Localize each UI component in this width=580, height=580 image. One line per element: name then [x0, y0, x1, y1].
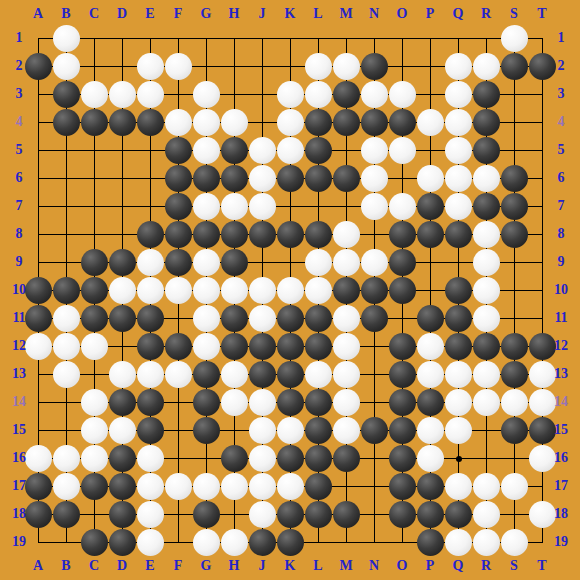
black-stone[interactable]	[81, 109, 108, 136]
white-stone[interactable]	[389, 137, 416, 164]
white-stone[interactable]	[445, 389, 472, 416]
black-stone[interactable]	[389, 445, 416, 472]
row-label-right: 6	[558, 170, 565, 186]
white-stone[interactable]	[165, 361, 192, 388]
column-label-top: C	[89, 6, 99, 22]
black-stone[interactable]	[249, 221, 276, 248]
black-stone[interactable]	[389, 361, 416, 388]
white-stone[interactable]	[389, 193, 416, 220]
black-stone[interactable]	[333, 165, 360, 192]
white-stone[interactable]	[445, 81, 472, 108]
black-stone[interactable]	[249, 333, 276, 360]
row-label-right: 5	[558, 142, 565, 158]
black-stone[interactable]	[389, 473, 416, 500]
white-stone[interactable]	[137, 445, 164, 472]
white-stone[interactable]	[249, 193, 276, 220]
column-label-top: O	[397, 6, 408, 22]
row-label-right: 3	[558, 86, 565, 102]
white-stone[interactable]	[333, 361, 360, 388]
white-stone[interactable]	[193, 81, 220, 108]
row-label-left: 5	[16, 142, 23, 158]
black-stone[interactable]	[137, 221, 164, 248]
black-stone[interactable]	[109, 249, 136, 276]
white-stone[interactable]	[361, 249, 388, 276]
white-stone[interactable]	[81, 445, 108, 472]
column-label-bottom: F	[174, 558, 183, 574]
black-stone[interactable]	[25, 305, 52, 332]
white-stone[interactable]	[445, 473, 472, 500]
black-stone[interactable]	[305, 305, 332, 332]
white-stone[interactable]	[277, 81, 304, 108]
white-stone[interactable]	[417, 333, 444, 360]
black-stone[interactable]	[305, 221, 332, 248]
black-stone[interactable]	[445, 333, 472, 360]
white-stone[interactable]	[193, 109, 220, 136]
row-label-left: 17	[12, 478, 26, 494]
black-stone[interactable]	[165, 249, 192, 276]
column-label-bottom: P	[426, 558, 435, 574]
black-stone[interactable]	[389, 277, 416, 304]
black-stone[interactable]	[25, 473, 52, 500]
black-stone[interactable]	[81, 529, 108, 556]
black-stone[interactable]	[53, 109, 80, 136]
white-stone[interactable]	[109, 81, 136, 108]
white-stone[interactable]	[165, 109, 192, 136]
white-stone[interactable]	[333, 249, 360, 276]
row-label-left: 6	[16, 170, 23, 186]
black-stone[interactable]	[501, 193, 528, 220]
row-label-right: 8	[558, 226, 565, 242]
white-stone[interactable]	[333, 389, 360, 416]
black-stone[interactable]	[417, 193, 444, 220]
white-stone[interactable]	[137, 277, 164, 304]
row-label-right: 16	[554, 450, 568, 466]
row-label-left: 4	[16, 114, 23, 130]
black-stone[interactable]	[417, 501, 444, 528]
white-stone[interactable]	[221, 473, 248, 500]
white-stone[interactable]	[473, 529, 500, 556]
white-stone[interactable]	[445, 137, 472, 164]
black-stone[interactable]	[109, 305, 136, 332]
row-label-left: 7	[16, 198, 23, 214]
white-stone[interactable]	[305, 361, 332, 388]
black-stone[interactable]	[417, 221, 444, 248]
row-label-right: 10	[554, 282, 568, 298]
black-stone[interactable]	[333, 109, 360, 136]
white-stone[interactable]	[529, 501, 556, 528]
white-stone[interactable]	[417, 417, 444, 444]
black-stone[interactable]	[473, 81, 500, 108]
white-stone[interactable]	[221, 277, 248, 304]
black-stone[interactable]	[193, 501, 220, 528]
black-stone[interactable]	[193, 389, 220, 416]
column-label-bottom: G	[201, 558, 212, 574]
white-stone[interactable]	[417, 361, 444, 388]
white-stone[interactable]	[221, 109, 248, 136]
white-stone[interactable]	[249, 501, 276, 528]
black-stone[interactable]	[473, 137, 500, 164]
white-stone[interactable]	[305, 249, 332, 276]
white-stone[interactable]	[249, 305, 276, 332]
white-stone[interactable]	[221, 529, 248, 556]
white-stone[interactable]	[193, 305, 220, 332]
black-stone[interactable]	[277, 529, 304, 556]
row-label-right: 2	[558, 58, 565, 74]
white-stone[interactable]	[249, 137, 276, 164]
row-label-left: 19	[12, 534, 26, 550]
black-stone[interactable]	[305, 501, 332, 528]
white-stone[interactable]	[165, 473, 192, 500]
black-stone[interactable]	[81, 277, 108, 304]
column-label-top: L	[313, 6, 322, 22]
black-stone[interactable]	[221, 165, 248, 192]
black-stone[interactable]	[277, 445, 304, 472]
white-stone[interactable]	[81, 81, 108, 108]
white-stone[interactable]	[473, 249, 500, 276]
white-stone[interactable]	[53, 473, 80, 500]
black-stone[interactable]	[529, 53, 556, 80]
black-stone[interactable]	[165, 137, 192, 164]
black-stone[interactable]	[193, 165, 220, 192]
white-stone[interactable]	[193, 249, 220, 276]
black-stone[interactable]	[417, 305, 444, 332]
black-stone[interactable]	[221, 445, 248, 472]
black-stone[interactable]	[53, 501, 80, 528]
white-stone[interactable]	[53, 25, 80, 52]
column-label-bottom: R	[481, 558, 491, 574]
column-label-top: D	[117, 6, 127, 22]
black-stone[interactable]	[333, 277, 360, 304]
black-stone[interactable]	[305, 333, 332, 360]
black-stone[interactable]	[361, 53, 388, 80]
white-stone[interactable]	[473, 361, 500, 388]
black-stone[interactable]	[165, 165, 192, 192]
white-stone[interactable]	[417, 109, 444, 136]
black-stone[interactable]	[193, 361, 220, 388]
white-stone[interactable]	[277, 277, 304, 304]
black-stone[interactable]	[501, 165, 528, 192]
white-stone[interactable]	[529, 361, 556, 388]
column-label-top: M	[339, 6, 352, 22]
white-stone[interactable]	[221, 389, 248, 416]
white-stone[interactable]	[305, 53, 332, 80]
white-stone[interactable]	[277, 137, 304, 164]
black-stone[interactable]	[473, 109, 500, 136]
white-stone[interactable]	[529, 445, 556, 472]
black-stone[interactable]	[193, 221, 220, 248]
black-stone[interactable]	[109, 529, 136, 556]
black-stone[interactable]	[25, 277, 52, 304]
black-stone[interactable]	[165, 193, 192, 220]
white-stone[interactable]	[333, 305, 360, 332]
white-stone[interactable]	[193, 137, 220, 164]
row-label-left: 12	[12, 338, 26, 354]
black-stone[interactable]	[445, 277, 472, 304]
black-stone[interactable]	[445, 501, 472, 528]
white-stone[interactable]	[165, 277, 192, 304]
white-stone[interactable]	[249, 473, 276, 500]
row-label-right: 15	[554, 422, 568, 438]
white-stone[interactable]	[445, 529, 472, 556]
white-stone[interactable]	[53, 445, 80, 472]
row-label-right: 7	[558, 198, 565, 214]
black-stone[interactable]	[165, 221, 192, 248]
row-label-right: 13	[554, 366, 568, 382]
black-stone[interactable]	[445, 221, 472, 248]
white-stone[interactable]	[193, 529, 220, 556]
black-stone[interactable]	[417, 389, 444, 416]
column-label-top: Q	[453, 6, 464, 22]
row-label-left: 8	[16, 226, 23, 242]
row-label-right: 12	[554, 338, 568, 354]
white-stone[interactable]	[25, 333, 52, 360]
black-stone[interactable]	[417, 473, 444, 500]
white-stone[interactable]	[473, 389, 500, 416]
row-label-right: 11	[554, 310, 567, 326]
white-stone[interactable]	[361, 193, 388, 220]
black-stone[interactable]	[109, 501, 136, 528]
black-stone[interactable]	[277, 221, 304, 248]
white-stone[interactable]	[137, 53, 164, 80]
row-label-left: 3	[16, 86, 23, 102]
white-stone[interactable]	[137, 501, 164, 528]
row-label-right: 4	[558, 114, 565, 130]
black-stone[interactable]	[305, 445, 332, 472]
white-stone[interactable]	[53, 333, 80, 360]
white-stone[interactable]	[361, 137, 388, 164]
black-stone[interactable]	[361, 305, 388, 332]
white-stone[interactable]	[501, 25, 528, 52]
black-stone[interactable]	[529, 333, 556, 360]
black-stone[interactable]	[53, 81, 80, 108]
white-stone[interactable]	[501, 473, 528, 500]
white-stone[interactable]	[501, 529, 528, 556]
white-stone[interactable]	[221, 361, 248, 388]
column-label-bottom: Q	[453, 558, 464, 574]
black-stone[interactable]	[305, 165, 332, 192]
white-stone[interactable]	[473, 305, 500, 332]
black-stone[interactable]	[389, 221, 416, 248]
white-stone[interactable]	[81, 417, 108, 444]
row-label-left: 16	[12, 450, 26, 466]
white-stone[interactable]	[445, 109, 472, 136]
white-stone[interactable]	[529, 389, 556, 416]
black-stone[interactable]	[109, 109, 136, 136]
black-stone[interactable]	[137, 109, 164, 136]
column-label-top: B	[61, 6, 70, 22]
black-stone[interactable]	[137, 305, 164, 332]
white-stone[interactable]	[81, 333, 108, 360]
white-stone[interactable]	[277, 473, 304, 500]
black-stone[interactable]	[501, 333, 528, 360]
black-stone[interactable]	[333, 81, 360, 108]
white-stone[interactable]	[249, 445, 276, 472]
column-label-bottom: A	[33, 558, 43, 574]
white-stone[interactable]	[137, 81, 164, 108]
white-stone[interactable]	[417, 445, 444, 472]
white-stone[interactable]	[445, 193, 472, 220]
row-label-left: 2	[16, 58, 23, 74]
black-stone[interactable]	[277, 389, 304, 416]
white-stone[interactable]	[389, 81, 416, 108]
white-stone[interactable]	[277, 109, 304, 136]
black-stone[interactable]	[109, 445, 136, 472]
white-stone[interactable]	[333, 53, 360, 80]
black-stone[interactable]	[305, 417, 332, 444]
black-stone[interactable]	[221, 333, 248, 360]
black-stone[interactable]	[361, 417, 388, 444]
black-stone[interactable]	[473, 193, 500, 220]
white-stone[interactable]	[333, 221, 360, 248]
white-stone[interactable]	[473, 53, 500, 80]
white-stone[interactable]	[277, 417, 304, 444]
white-stone[interactable]	[193, 193, 220, 220]
column-label-bottom: B	[61, 558, 70, 574]
column-label-top: J	[259, 6, 266, 22]
row-label-right: 18	[554, 506, 568, 522]
black-stone[interactable]	[25, 501, 52, 528]
column-label-bottom: M	[339, 558, 352, 574]
column-label-top: A	[33, 6, 43, 22]
white-stone[interactable]	[445, 53, 472, 80]
white-stone[interactable]	[53, 53, 80, 80]
black-stone[interactable]	[221, 221, 248, 248]
black-stone[interactable]	[501, 361, 528, 388]
black-stone[interactable]	[389, 501, 416, 528]
black-stone[interactable]	[389, 249, 416, 276]
black-stone[interactable]	[389, 417, 416, 444]
white-stone[interactable]	[81, 389, 108, 416]
column-label-bottom: L	[313, 558, 322, 574]
white-stone[interactable]	[109, 277, 136, 304]
white-stone[interactable]	[473, 221, 500, 248]
row-label-right: 9	[558, 254, 565, 270]
white-stone[interactable]	[137, 473, 164, 500]
white-stone[interactable]	[249, 389, 276, 416]
row-label-left: 10	[12, 282, 26, 298]
white-stone[interactable]	[193, 277, 220, 304]
white-stone[interactable]	[137, 249, 164, 276]
black-stone[interactable]	[305, 109, 332, 136]
row-label-right: 1	[558, 30, 565, 46]
black-stone[interactable]	[137, 389, 164, 416]
white-stone[interactable]	[165, 53, 192, 80]
black-stone[interactable]	[305, 137, 332, 164]
black-stone[interactable]	[361, 109, 388, 136]
black-stone[interactable]	[221, 137, 248, 164]
black-stone[interactable]	[277, 501, 304, 528]
white-stone[interactable]	[361, 165, 388, 192]
black-stone[interactable]	[501, 417, 528, 444]
white-stone[interactable]	[501, 389, 528, 416]
black-stone[interactable]	[333, 445, 360, 472]
black-stone[interactable]	[389, 389, 416, 416]
black-stone[interactable]	[221, 305, 248, 332]
black-stone[interactable]	[249, 529, 276, 556]
column-label-top: T	[537, 6, 546, 22]
black-stone[interactable]	[389, 109, 416, 136]
row-label-left: 14	[12, 394, 26, 410]
white-stone[interactable]	[109, 417, 136, 444]
black-stone[interactable]	[473, 333, 500, 360]
black-stone[interactable]	[137, 333, 164, 360]
white-stone[interactable]	[249, 165, 276, 192]
white-stone[interactable]	[53, 361, 80, 388]
black-stone[interactable]	[305, 389, 332, 416]
black-stone[interactable]	[277, 305, 304, 332]
white-stone[interactable]	[193, 333, 220, 360]
black-stone[interactable]	[165, 333, 192, 360]
white-stone[interactable]	[361, 81, 388, 108]
black-stone[interactable]	[25, 53, 52, 80]
row-label-right: 19	[554, 534, 568, 550]
white-stone[interactable]	[137, 361, 164, 388]
white-stone[interactable]	[53, 305, 80, 332]
column-label-top: K	[285, 6, 296, 22]
star-point	[456, 456, 462, 462]
black-stone[interactable]	[529, 417, 556, 444]
black-stone[interactable]	[277, 165, 304, 192]
black-stone[interactable]	[277, 333, 304, 360]
black-stone[interactable]	[333, 501, 360, 528]
white-stone[interactable]	[249, 277, 276, 304]
white-stone[interactable]	[305, 277, 332, 304]
black-stone[interactable]	[389, 333, 416, 360]
white-stone[interactable]	[109, 361, 136, 388]
black-stone[interactable]	[81, 305, 108, 332]
black-stone[interactable]	[417, 529, 444, 556]
column-label-bottom: D	[117, 558, 127, 574]
black-stone[interactable]	[249, 361, 276, 388]
white-stone[interactable]	[417, 165, 444, 192]
white-stone[interactable]	[137, 529, 164, 556]
white-stone[interactable]	[25, 445, 52, 472]
column-label-top: E	[145, 6, 154, 22]
black-stone[interactable]	[501, 221, 528, 248]
black-stone[interactable]	[277, 361, 304, 388]
column-label-bottom: T	[537, 558, 546, 574]
black-stone[interactable]	[109, 389, 136, 416]
column-label-top: G	[201, 6, 212, 22]
white-stone[interactable]	[473, 501, 500, 528]
white-stone[interactable]	[249, 417, 276, 444]
white-stone[interactable]	[445, 417, 472, 444]
white-stone[interactable]	[473, 473, 500, 500]
white-stone[interactable]	[333, 333, 360, 360]
white-stone[interactable]	[221, 193, 248, 220]
black-stone[interactable]	[445, 305, 472, 332]
black-stone[interactable]	[361, 277, 388, 304]
white-stone[interactable]	[473, 165, 500, 192]
black-stone[interactable]	[305, 473, 332, 500]
black-stone[interactable]	[193, 417, 220, 444]
black-stone[interactable]	[53, 277, 80, 304]
black-stone[interactable]	[109, 473, 136, 500]
white-stone[interactable]	[193, 473, 220, 500]
black-stone[interactable]	[221, 249, 248, 276]
white-stone[interactable]	[473, 277, 500, 304]
white-stone[interactable]	[445, 165, 472, 192]
black-stone[interactable]	[81, 473, 108, 500]
white-stone[interactable]	[305, 81, 332, 108]
black-stone[interactable]	[81, 249, 108, 276]
white-stone[interactable]	[333, 417, 360, 444]
column-label-bottom: C	[89, 558, 99, 574]
black-stone[interactable]	[501, 53, 528, 80]
row-label-left: 13	[12, 366, 26, 382]
black-stone[interactable]	[137, 417, 164, 444]
white-stone[interactable]	[445, 361, 472, 388]
